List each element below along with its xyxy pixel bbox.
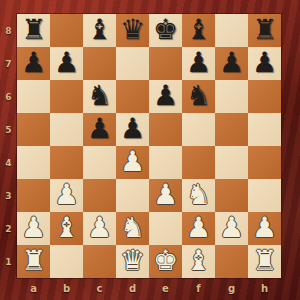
black-pawn-piece: ♟ — [215, 47, 248, 80]
file-label-h: h — [248, 279, 281, 297]
square-d6[interactable] — [116, 80, 149, 113]
rank-label-5: 5 — [0, 113, 17, 146]
rank-label-7: 7 — [0, 47, 17, 80]
black-pawn-piece: ♟ — [17, 47, 50, 80]
rank-label-2: 2 — [0, 212, 17, 245]
white-bishop-piece: ♝ — [182, 245, 215, 278]
square-e6[interactable]: ♟ — [149, 80, 182, 113]
black-knight-piece: ♞ — [182, 80, 215, 113]
square-c5[interactable]: ♟ — [83, 113, 116, 146]
square-c1[interactable] — [83, 245, 116, 278]
square-c2[interactable]: ♟ — [83, 212, 116, 245]
square-g1[interactable] — [215, 245, 248, 278]
square-h8[interactable]: ♜ — [248, 14, 281, 47]
white-pawn-piece: ♟ — [50, 179, 83, 212]
square-b8[interactable] — [50, 14, 83, 47]
square-f7[interactable]: ♟ — [182, 47, 215, 80]
black-pawn-piece: ♟ — [149, 80, 182, 113]
square-c7[interactable] — [83, 47, 116, 80]
white-queen-piece: ♛ — [116, 245, 149, 278]
square-c3[interactable] — [83, 179, 116, 212]
square-g6[interactable] — [215, 80, 248, 113]
black-rook-piece: ♜ — [248, 14, 281, 47]
square-f3[interactable]: ♞ — [182, 179, 215, 212]
square-f1[interactable]: ♝ — [182, 245, 215, 278]
black-pawn-piece: ♟ — [50, 47, 83, 80]
square-d7[interactable] — [116, 47, 149, 80]
square-h7[interactable]: ♟ — [248, 47, 281, 80]
square-f2[interactable]: ♟ — [182, 212, 215, 245]
square-h3[interactable] — [248, 179, 281, 212]
square-e3[interactable]: ♟ — [149, 179, 182, 212]
file-label-a: a — [17, 279, 50, 297]
square-d4[interactable]: ♟ — [116, 146, 149, 179]
square-e4[interactable] — [149, 146, 182, 179]
square-g3[interactable] — [215, 179, 248, 212]
square-a5[interactable] — [17, 113, 50, 146]
square-d8[interactable]: ♛ — [116, 14, 149, 47]
square-f8[interactable]: ♝ — [182, 14, 215, 47]
square-f5[interactable] — [182, 113, 215, 146]
rank-label-4: 4 — [0, 146, 17, 179]
square-c4[interactable] — [83, 146, 116, 179]
file-label-e: e — [149, 279, 182, 297]
file-label-c: c — [83, 279, 116, 297]
white-king-piece: ♚ — [149, 245, 182, 278]
black-pawn-piece: ♟ — [83, 113, 116, 146]
black-bishop-piece: ♝ — [83, 14, 116, 47]
square-d5[interactable]: ♟ — [116, 113, 149, 146]
square-a1[interactable]: ♜ — [17, 245, 50, 278]
square-g5[interactable] — [215, 113, 248, 146]
square-d3[interactable] — [116, 179, 149, 212]
file-label-d: d — [116, 279, 149, 297]
square-e1[interactable]: ♚ — [149, 245, 182, 278]
white-knight-piece: ♞ — [182, 179, 215, 212]
black-pawn-piece: ♟ — [248, 47, 281, 80]
chess-app: 87654321 ♜♝♛♚♝♜♟♟♟♟♟♞♟♞♟♟♟♟♟♞♟♝♟♞♟♟♟♜♛♚♝… — [0, 0, 300, 300]
white-bishop-piece: ♝ — [50, 212, 83, 245]
square-h5[interactable] — [248, 113, 281, 146]
square-h6[interactable] — [248, 80, 281, 113]
file-labels: abcdefgh — [17, 279, 281, 297]
square-g8[interactable] — [215, 14, 248, 47]
square-a7[interactable]: ♟ — [17, 47, 50, 80]
rank-label-6: 6 — [0, 80, 17, 113]
square-a8[interactable]: ♜ — [17, 14, 50, 47]
rank-labels: 87654321 — [0, 14, 17, 278]
square-e8[interactable]: ♚ — [149, 14, 182, 47]
square-b7[interactable]: ♟ — [50, 47, 83, 80]
square-b4[interactable] — [50, 146, 83, 179]
rank-label-3: 3 — [0, 179, 17, 212]
square-f6[interactable]: ♞ — [182, 80, 215, 113]
black-king-piece: ♚ — [149, 14, 182, 47]
file-label-f: f — [182, 279, 215, 297]
square-b6[interactable] — [50, 80, 83, 113]
white-pawn-piece: ♟ — [248, 212, 281, 245]
square-b2[interactable]: ♝ — [50, 212, 83, 245]
white-knight-piece: ♞ — [116, 212, 149, 245]
square-a3[interactable] — [17, 179, 50, 212]
chess-board: ♜♝♛♚♝♜♟♟♟♟♟♞♟♞♟♟♟♟♟♞♟♝♟♞♟♟♟♜♛♚♝♜ — [17, 14, 281, 278]
black-pawn-piece: ♟ — [116, 113, 149, 146]
black-pawn-piece: ♟ — [182, 47, 215, 80]
square-b5[interactable] — [50, 113, 83, 146]
white-pawn-piece: ♟ — [182, 212, 215, 245]
square-f4[interactable] — [182, 146, 215, 179]
black-bishop-piece: ♝ — [182, 14, 215, 47]
white-pawn-piece: ♟ — [83, 212, 116, 245]
square-c8[interactable]: ♝ — [83, 14, 116, 47]
square-c6[interactable]: ♞ — [83, 80, 116, 113]
white-pawn-piece: ♟ — [149, 179, 182, 212]
square-d1[interactable]: ♛ — [116, 245, 149, 278]
white-rook-piece: ♜ — [17, 245, 50, 278]
rank-label-1: 1 — [0, 245, 17, 278]
white-pawn-piece: ♟ — [215, 212, 248, 245]
black-rook-piece: ♜ — [17, 14, 50, 47]
black-knight-piece: ♞ — [83, 80, 116, 113]
square-e7[interactable] — [149, 47, 182, 80]
square-e5[interactable] — [149, 113, 182, 146]
square-d2[interactable]: ♞ — [116, 212, 149, 245]
square-g2[interactable]: ♟ — [215, 212, 248, 245]
square-e2[interactable] — [149, 212, 182, 245]
square-a2[interactable]: ♟ — [17, 212, 50, 245]
square-h2[interactable]: ♟ — [248, 212, 281, 245]
square-g7[interactable]: ♟ — [215, 47, 248, 80]
rank-label-8: 8 — [0, 14, 17, 47]
square-g4[interactable] — [215, 146, 248, 179]
square-h1[interactable]: ♜ — [248, 245, 281, 278]
square-a4[interactable] — [17, 146, 50, 179]
square-b3[interactable]: ♟ — [50, 179, 83, 212]
square-b1[interactable] — [50, 245, 83, 278]
square-a6[interactable] — [17, 80, 50, 113]
file-label-g: g — [215, 279, 248, 297]
white-pawn-piece: ♟ — [17, 212, 50, 245]
white-pawn-piece: ♟ — [116, 146, 149, 179]
square-h4[interactable] — [248, 146, 281, 179]
white-rook-piece: ♜ — [248, 245, 281, 278]
black-queen-piece: ♛ — [116, 14, 149, 47]
file-label-b: b — [50, 279, 83, 297]
